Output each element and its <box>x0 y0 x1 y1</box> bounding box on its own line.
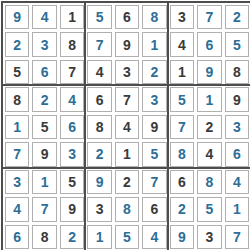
box-divider-vertical-1 <box>84 3 86 250</box>
cell-r2c5[interactable]: 9 <box>115 32 139 56</box>
cell-r2c8[interactable]: 6 <box>197 32 221 56</box>
cell-r6c8[interactable]: 4 <box>197 142 221 166</box>
cell-r3c1[interactable]: 5 <box>5 60 29 84</box>
cell-r1c6[interactable]: 8 <box>142 5 166 29</box>
cell-r4c5[interactable]: 7 <box>115 87 139 111</box>
cell-r6c6[interactable]: 5 <box>142 142 166 166</box>
cell-r8c4[interactable]: 3 <box>87 197 111 221</box>
cell-r3c7[interactable]: 1 <box>170 60 194 84</box>
cell-r4c4[interactable]: 6 <box>87 87 111 111</box>
box-divider-horizontal-2 <box>3 167 250 169</box>
cell-r3c9[interactable]: 8 <box>225 60 249 84</box>
cell-r1c1[interactable]: 9 <box>5 5 29 29</box>
cell-r4c8[interactable]: 1 <box>197 87 221 111</box>
cell-r2c1[interactable]: 2 <box>5 32 29 56</box>
cell-r5c4[interactable]: 8 <box>87 115 111 139</box>
cell-r9c9[interactable]: 7 <box>225 225 249 249</box>
cell-r4c9[interactable]: 9 <box>225 87 249 111</box>
cell-r5c8[interactable]: 2 <box>197 115 221 139</box>
cell-r5c3[interactable]: 6 <box>60 115 84 139</box>
cell-r8c8[interactable]: 5 <box>197 197 221 221</box>
cell-r6c1[interactable]: 7 <box>5 142 29 166</box>
cell-r4c7[interactable]: 5 <box>170 87 194 111</box>
cell-r1c4[interactable]: 5 <box>87 5 111 29</box>
cell-r3c6[interactable]: 2 <box>142 60 166 84</box>
cell-r6c3[interactable]: 3 <box>60 142 84 166</box>
cell-r8c1[interactable]: 4 <box>5 197 29 221</box>
cell-r5c2[interactable]: 5 <box>32 115 56 139</box>
cell-r3c3[interactable]: 7 <box>60 60 84 84</box>
sudoku-grid: 9415683722387914655674321988246735191568… <box>5 5 249 249</box>
cell-r7c1[interactable]: 3 <box>5 170 29 194</box>
cell-r9c7[interactable]: 9 <box>170 225 194 249</box>
cell-r2c6[interactable]: 1 <box>142 32 166 56</box>
cell-r6c7[interactable]: 8 <box>170 142 194 166</box>
cell-r9c5[interactable]: 5 <box>115 225 139 249</box>
box-divider-horizontal-1 <box>3 84 250 86</box>
cell-r1c3[interactable]: 1 <box>60 5 84 29</box>
cell-r8c7[interactable]: 2 <box>170 197 194 221</box>
cell-r7c8[interactable]: 8 <box>197 170 221 194</box>
cell-r3c4[interactable]: 4 <box>87 60 111 84</box>
cell-r2c3[interactable]: 8 <box>60 32 84 56</box>
cell-r4c2[interactable]: 2 <box>32 87 56 111</box>
cell-r1c7[interactable]: 3 <box>170 5 194 29</box>
cell-r6c4[interactable]: 2 <box>87 142 111 166</box>
cell-r4c6[interactable]: 3 <box>142 87 166 111</box>
cell-r5c5[interactable]: 4 <box>115 115 139 139</box>
cell-r2c7[interactable]: 4 <box>170 32 194 56</box>
cell-r7c6[interactable]: 7 <box>142 170 166 194</box>
cell-r5c6[interactable]: 9 <box>142 115 166 139</box>
cell-r4c3[interactable]: 4 <box>60 87 84 111</box>
cell-r8c9[interactable]: 1 <box>225 197 249 221</box>
cell-r8c3[interactable]: 9 <box>60 197 84 221</box>
cell-r2c2[interactable]: 3 <box>32 32 56 56</box>
cell-r1c5[interactable]: 6 <box>115 5 139 29</box>
cell-r6c9[interactable]: 6 <box>225 142 249 166</box>
cell-r7c9[interactable]: 4 <box>225 170 249 194</box>
cell-r7c2[interactable]: 1 <box>32 170 56 194</box>
cell-r9c4[interactable]: 1 <box>87 225 111 249</box>
box-divider-vertical-2 <box>167 3 169 250</box>
cell-r7c4[interactable]: 9 <box>87 170 111 194</box>
cell-r7c5[interactable]: 2 <box>115 170 139 194</box>
cell-r6c2[interactable]: 9 <box>32 142 56 166</box>
cell-r9c2[interactable]: 8 <box>32 225 56 249</box>
cell-r4c1[interactable]: 8 <box>5 87 29 111</box>
cell-r2c4[interactable]: 7 <box>87 32 111 56</box>
cell-r9c1[interactable]: 6 <box>5 225 29 249</box>
cell-r1c2[interactable]: 4 <box>32 5 56 29</box>
cell-r1c9[interactable]: 2 <box>225 5 249 29</box>
cell-r8c6[interactable]: 6 <box>142 197 166 221</box>
cell-r5c9[interactable]: 3 <box>225 115 249 139</box>
cell-r8c5[interactable]: 8 <box>115 197 139 221</box>
cell-r8c2[interactable]: 7 <box>32 197 56 221</box>
cell-r3c8[interactable]: 9 <box>197 60 221 84</box>
sudoku-board: 9415683722387914655674321988246735191568… <box>1 1 250 250</box>
cell-r1c8[interactable]: 7 <box>197 5 221 29</box>
cell-r7c7[interactable]: 6 <box>170 170 194 194</box>
cell-r3c5[interactable]: 3 <box>115 60 139 84</box>
cell-r9c8[interactable]: 3 <box>197 225 221 249</box>
cell-r5c1[interactable]: 1 <box>5 115 29 139</box>
cell-r6c5[interactable]: 1 <box>115 142 139 166</box>
cell-r7c3[interactable]: 5 <box>60 170 84 194</box>
cell-r2c9[interactable]: 5 <box>225 32 249 56</box>
cell-r9c3[interactable]: 2 <box>60 225 84 249</box>
cell-r5c7[interactable]: 7 <box>170 115 194 139</box>
cell-r9c6[interactable]: 4 <box>142 225 166 249</box>
cell-r3c2[interactable]: 6 <box>32 60 56 84</box>
